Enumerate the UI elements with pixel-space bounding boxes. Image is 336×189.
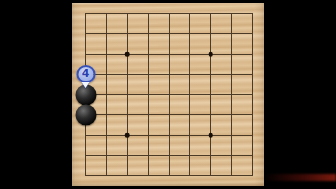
board-grid[interactable] [85, 13, 253, 176]
grid-cell [231, 54, 252, 74]
grid-cell [127, 155, 148, 175]
move-number-bubble: 4 [76, 65, 95, 83]
star-point [125, 52, 130, 57]
star-point [209, 52, 214, 57]
grid-cell [189, 155, 210, 175]
grid-cell [189, 33, 210, 53]
grid-cell [231, 155, 252, 175]
grid-cell [169, 74, 190, 94]
grid-cell [210, 33, 231, 53]
grid-cell [148, 13, 169, 33]
grid-cell [169, 94, 190, 114]
grid-cell [169, 135, 190, 155]
grid-cell [127, 114, 148, 134]
grid-cell [127, 74, 148, 94]
grid-cell [148, 155, 169, 175]
grid-cell [106, 135, 127, 155]
grid-cell [210, 114, 231, 134]
grid-cell [210, 13, 231, 33]
grid-cell [106, 155, 127, 175]
grid-cell [106, 54, 127, 74]
grid-cell [231, 13, 252, 33]
grid-cell [148, 54, 169, 74]
grid-cell [106, 13, 127, 33]
star-point [125, 133, 130, 138]
grid-cell [169, 33, 190, 53]
black-stone [75, 104, 96, 125]
grid-cell [210, 94, 231, 114]
grid-cell [169, 54, 190, 74]
grid-cell [85, 13, 106, 33]
grid-cell [148, 33, 169, 53]
grid-cell [106, 114, 127, 134]
go-board: 4 [72, 3, 264, 186]
grid-cell [85, 135, 106, 155]
grid-cell [189, 135, 210, 155]
grid-cell [210, 135, 231, 155]
grid-cell [210, 155, 231, 175]
star-point [209, 133, 214, 138]
grid-cell [169, 114, 190, 134]
grid-cell [148, 74, 169, 94]
grid-cell [148, 135, 169, 155]
grid-cell [210, 74, 231, 94]
grid-cell [189, 74, 210, 94]
grid-cell [210, 54, 231, 74]
move-number-label: 4 [82, 67, 90, 80]
grid-cell [169, 13, 190, 33]
grid-cell [189, 94, 210, 114]
video-frame: 4 [0, 0, 336, 189]
grid-cell [231, 74, 252, 94]
grid-cell [85, 155, 106, 175]
grid-cell [148, 94, 169, 114]
grid-cell [127, 94, 148, 114]
grid-cell [106, 74, 127, 94]
grid-cell [106, 33, 127, 53]
grid-cell [106, 94, 127, 114]
grid-cell [189, 54, 210, 74]
grid-cell [189, 13, 210, 33]
grid-cell [231, 33, 252, 53]
grid-cell [231, 94, 252, 114]
grid-cell [231, 135, 252, 155]
grid-cell [189, 114, 210, 134]
bubble-tail-icon [82, 82, 90, 88]
grid-cell [127, 135, 148, 155]
video-progress-glow [264, 174, 336, 181]
grid-cell [127, 33, 148, 53]
grid-cell [85, 33, 106, 53]
grid-cell [127, 54, 148, 74]
grid-cell [148, 114, 169, 134]
grid-cell [127, 13, 148, 33]
grid-cell [169, 155, 190, 175]
grid-cell [231, 114, 252, 134]
